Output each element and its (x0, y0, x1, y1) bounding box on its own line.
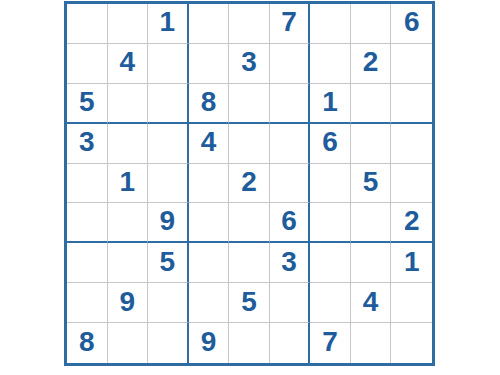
cell-r6c7[interactable] (310, 203, 351, 243)
cell-r1c4[interactable] (189, 4, 230, 44)
cell-r9c1[interactable]: 8 (67, 323, 108, 363)
given-digit: 9 (201, 328, 217, 356)
given-digit: 8 (201, 88, 217, 116)
cell-r7c5[interactable] (229, 243, 270, 283)
given-digit: 5 (160, 248, 176, 276)
cell-r2c7[interactable] (310, 44, 351, 84)
cell-r1c8[interactable] (351, 4, 392, 44)
given-digit: 5 (363, 168, 379, 196)
cell-r6c4[interactable] (189, 203, 230, 243)
cell-r6c8[interactable] (351, 203, 392, 243)
cell-r1c6[interactable]: 7 (270, 4, 311, 44)
cell-r5c7[interactable] (310, 164, 351, 204)
given-digit: 3 (79, 128, 95, 156)
given-digit: 9 (160, 207, 176, 235)
given-digit: 5 (79, 88, 95, 116)
cell-r6c3[interactable]: 9 (148, 203, 189, 243)
cell-r8c1[interactable] (67, 283, 108, 323)
given-digit: 6 (322, 128, 338, 156)
cell-r5c8[interactable]: 5 (351, 164, 392, 204)
cell-r9c4[interactable]: 9 (189, 323, 230, 363)
cell-r3c6[interactable] (270, 84, 311, 124)
cell-r4c4[interactable]: 4 (189, 124, 230, 164)
cell-r3c7[interactable]: 1 (310, 84, 351, 124)
cell-r8c2[interactable]: 9 (108, 283, 149, 323)
given-digit: 4 (363, 288, 379, 316)
cell-r4c5[interactable] (229, 124, 270, 164)
cell-r3c3[interactable] (148, 84, 189, 124)
cell-r5c3[interactable] (148, 164, 189, 204)
cell-r8c7[interactable] (310, 283, 351, 323)
cell-r1c1[interactable] (67, 4, 108, 44)
cell-r7c2[interactable] (108, 243, 149, 283)
cell-r5c9[interactable] (391, 164, 432, 204)
cell-r9c9[interactable] (391, 323, 432, 363)
cell-r8c3[interactable] (148, 283, 189, 323)
cell-r3c8[interactable] (351, 84, 392, 124)
cell-r4c2[interactable] (108, 124, 149, 164)
cell-r3c2[interactable] (108, 84, 149, 124)
cell-r5c1[interactable] (67, 164, 108, 204)
given-digit: 6 (404, 8, 420, 36)
cell-r3c9[interactable] (391, 84, 432, 124)
cell-r9c2[interactable] (108, 323, 149, 363)
cell-r4c8[interactable] (351, 124, 392, 164)
given-digit: 5 (241, 288, 257, 316)
given-digit: 1 (160, 8, 176, 36)
cell-r4c7[interactable]: 6 (310, 124, 351, 164)
cell-r5c5[interactable]: 2 (229, 164, 270, 204)
cell-r7c9[interactable]: 1 (391, 243, 432, 283)
cell-r6c9[interactable]: 2 (391, 203, 432, 243)
given-digit: 2 (363, 48, 379, 76)
cell-r6c5[interactable] (229, 203, 270, 243)
given-digit: 7 (281, 8, 297, 36)
cell-r1c7[interactable] (310, 4, 351, 44)
cell-r2c2[interactable]: 4 (108, 44, 149, 84)
given-digit: 1 (322, 88, 338, 116)
cell-r8c9[interactable] (391, 283, 432, 323)
cell-r6c1[interactable] (67, 203, 108, 243)
cell-r3c1[interactable]: 5 (67, 84, 108, 124)
cell-r7c6[interactable]: 3 (270, 243, 311, 283)
given-digit: 1 (404, 248, 420, 276)
cell-r2c5[interactable]: 3 (229, 44, 270, 84)
cell-r1c5[interactable] (229, 4, 270, 44)
cell-r4c3[interactable] (148, 124, 189, 164)
cell-r5c2[interactable]: 1 (108, 164, 149, 204)
cell-r7c1[interactable] (67, 243, 108, 283)
cell-r7c7[interactable] (310, 243, 351, 283)
given-digit: 7 (322, 328, 338, 356)
given-digit: 3 (281, 248, 297, 276)
cell-r3c5[interactable] (229, 84, 270, 124)
cell-r7c4[interactable] (189, 243, 230, 283)
cell-r8c5[interactable]: 5 (229, 283, 270, 323)
cell-r9c8[interactable] (351, 323, 392, 363)
cell-r5c6[interactable] (270, 164, 311, 204)
cell-r4c1[interactable]: 3 (67, 124, 108, 164)
cell-r2c4[interactable] (189, 44, 230, 84)
cell-r4c9[interactable] (391, 124, 432, 164)
cell-r2c1[interactable] (67, 44, 108, 84)
given-digit: 2 (241, 168, 257, 196)
given-digit: 2 (404, 207, 420, 235)
given-digit: 8 (79, 328, 95, 356)
cell-r6c6[interactable]: 6 (270, 203, 311, 243)
given-digit: 4 (201, 128, 217, 156)
sudoku-board: 176432581346125962531954897 (64, 1, 435, 366)
cell-r8c4[interactable] (189, 283, 230, 323)
given-digit: 4 (120, 48, 136, 76)
cell-r7c8[interactable] (351, 243, 392, 283)
cell-r9c3[interactable] (148, 323, 189, 363)
given-digit: 3 (241, 48, 257, 76)
cell-r4c6[interactable] (270, 124, 311, 164)
cell-r1c2[interactable] (108, 4, 149, 44)
cell-r9c5[interactable] (229, 323, 270, 363)
cell-r2c9[interactable] (391, 44, 432, 84)
given-digit: 1 (120, 168, 136, 196)
cell-r9c7[interactable]: 7 (310, 323, 351, 363)
cell-r9c6[interactable] (270, 323, 311, 363)
cell-r2c3[interactable] (148, 44, 189, 84)
given-digit: 6 (281, 207, 297, 235)
cell-r5c4[interactable] (189, 164, 230, 204)
cell-r2c6[interactable] (270, 44, 311, 84)
cell-r6c2[interactable] (108, 203, 149, 243)
cell-r1c9[interactable]: 6 (391, 4, 432, 44)
cell-r2c8[interactable]: 2 (351, 44, 392, 84)
cell-r3c4[interactable]: 8 (189, 84, 230, 124)
cell-r7c3[interactable]: 5 (148, 243, 189, 283)
cell-r8c8[interactable]: 4 (351, 283, 392, 323)
given-digit: 9 (120, 288, 136, 316)
cell-r8c6[interactable] (270, 283, 311, 323)
cell-r1c3[interactable]: 1 (148, 4, 189, 44)
